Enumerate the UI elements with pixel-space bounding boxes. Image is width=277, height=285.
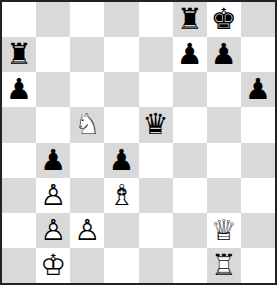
square-b4[interactable]: ♟︎: [36, 143, 70, 178]
white-king: ♚︎♔︎: [40, 251, 66, 280]
square-b5[interactable]: [36, 107, 70, 142]
black-king: ♚︎: [211, 5, 237, 34]
square-b2[interactable]: ♟︎♙︎: [36, 213, 70, 248]
square-h2[interactable]: [241, 213, 275, 248]
board-grid: ♜︎♚︎♜︎♟︎♟︎♟︎♟︎♞︎♘︎♛︎♟︎♟︎♟︎♙︎♝︎♗︎♟︎♙︎♟︎♙︎…: [2, 2, 275, 283]
square-b3[interactable]: ♟︎♙︎: [36, 178, 70, 213]
square-c1[interactable]: [70, 248, 104, 283]
square-g4[interactable]: [207, 143, 241, 178]
square-a8[interactable]: [2, 2, 36, 37]
black-pawn: ♟︎: [6, 75, 32, 104]
square-d3[interactable]: ♝︎♗︎: [104, 178, 138, 213]
square-c8[interactable]: [70, 2, 104, 37]
black-rook: ♜︎: [177, 5, 203, 34]
square-e2[interactable]: [139, 213, 173, 248]
square-a1[interactable]: [2, 248, 36, 283]
square-f2[interactable]: [173, 213, 207, 248]
square-e8[interactable]: [139, 2, 173, 37]
black-pawn: ♟︎: [40, 146, 66, 175]
square-c2[interactable]: ♟︎♙︎: [70, 213, 104, 248]
square-a6[interactable]: ♟︎: [2, 72, 36, 107]
square-e6[interactable]: [139, 72, 173, 107]
black-pawn: ♟︎: [177, 40, 203, 69]
square-e7[interactable]: [139, 37, 173, 72]
square-c6[interactable]: [70, 72, 104, 107]
square-g3[interactable]: [207, 178, 241, 213]
square-d6[interactable]: [104, 72, 138, 107]
square-h6[interactable]: ♟︎: [241, 72, 275, 107]
square-b6[interactable]: [36, 72, 70, 107]
black-pawn: ♟︎: [108, 146, 134, 175]
square-e3[interactable]: [139, 178, 173, 213]
square-d8[interactable]: [104, 2, 138, 37]
square-c3[interactable]: [70, 178, 104, 213]
black-pawn: ♟︎: [245, 75, 271, 104]
square-e5[interactable]: ♛︎: [139, 107, 173, 142]
square-g7[interactable]: ♟︎: [207, 37, 241, 72]
white-bishop: ♝︎♗︎: [108, 181, 134, 210]
piece-outline: ♔︎: [40, 248, 66, 282]
square-b1[interactable]: ♚︎♔︎: [36, 248, 70, 283]
square-c5[interactable]: ♞︎♘︎: [70, 107, 104, 142]
white-pawn: ♟︎♙︎: [40, 216, 66, 245]
square-d4[interactable]: ♟︎: [104, 143, 138, 178]
square-b7[interactable]: [36, 37, 70, 72]
square-a4[interactable]: [2, 143, 36, 178]
white-pawn: ♟︎♙︎: [74, 216, 100, 245]
square-h8[interactable]: [241, 2, 275, 37]
white-pawn: ♟︎♙︎: [40, 181, 66, 210]
square-f5[interactable]: [173, 107, 207, 142]
square-f3[interactable]: [173, 178, 207, 213]
square-f8[interactable]: ♜︎: [173, 2, 207, 37]
square-g6[interactable]: [207, 72, 241, 107]
white-rook: ♜︎♖︎: [211, 251, 237, 280]
square-d5[interactable]: [104, 107, 138, 142]
square-g2[interactable]: ♛︎♕︎: [207, 213, 241, 248]
piece-outline: ♖︎: [211, 248, 237, 282]
square-h5[interactable]: [241, 107, 275, 142]
square-d7[interactable]: [104, 37, 138, 72]
square-f4[interactable]: [173, 143, 207, 178]
square-f6[interactable]: [173, 72, 207, 107]
square-c7[interactable]: [70, 37, 104, 72]
square-g8[interactable]: ♚︎: [207, 2, 241, 37]
square-c4[interactable]: [70, 143, 104, 178]
square-a3[interactable]: [2, 178, 36, 213]
chess-board: ♜︎♚︎♜︎♟︎♟︎♟︎♟︎♞︎♘︎♛︎♟︎♟︎♟︎♙︎♝︎♗︎♟︎♙︎♟︎♙︎…: [0, 0, 277, 285]
white-queen: ♛︎♕︎: [211, 216, 237, 245]
square-f1[interactable]: [173, 248, 207, 283]
square-h7[interactable]: [241, 37, 275, 72]
square-b8[interactable]: [36, 2, 70, 37]
square-f7[interactable]: ♟︎: [173, 37, 207, 72]
square-d1[interactable]: [104, 248, 138, 283]
square-a7[interactable]: ♜︎: [2, 37, 36, 72]
square-h4[interactable]: [241, 143, 275, 178]
piece-outline: ♙︎: [74, 213, 100, 247]
white-knight: ♞︎♘︎: [74, 110, 100, 139]
square-g1[interactable]: ♜︎♖︎: [207, 248, 241, 283]
black-pawn: ♟︎: [211, 40, 237, 69]
square-a2[interactable]: [2, 213, 36, 248]
square-e4[interactable]: [139, 143, 173, 178]
piece-outline: ♙︎: [40, 178, 66, 212]
square-g5[interactable]: [207, 107, 241, 142]
square-h1[interactable]: [241, 248, 275, 283]
piece-outline: ♕︎: [211, 213, 237, 247]
piece-outline: ♗︎: [108, 178, 134, 212]
piece-outline: ♙︎: [40, 213, 66, 247]
black-queen: ♛︎: [143, 110, 169, 139]
square-e1[interactable]: [139, 248, 173, 283]
square-a5[interactable]: [2, 107, 36, 142]
square-d2[interactable]: [104, 213, 138, 248]
square-h3[interactable]: [241, 178, 275, 213]
piece-outline: ♘︎: [74, 107, 100, 141]
black-rook: ♜︎: [6, 40, 32, 69]
